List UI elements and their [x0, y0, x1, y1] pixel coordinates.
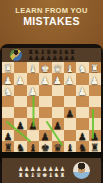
board-square[interactable]: [52, 96, 64, 107]
board-square[interactable]: [14, 107, 26, 118]
board-square[interactable]: [27, 130, 39, 141]
board-square[interactable]: [39, 107, 51, 118]
white-piece[interactable]: ♝: [28, 64, 37, 74]
board-square[interactable]: [14, 130, 26, 141]
board-square[interactable]: ♟: [39, 73, 51, 84]
board-square[interactable]: [27, 107, 39, 118]
headline-line1: LEARN FROM YOU: [0, 7, 103, 15]
black-piece[interactable]: ♟: [66, 109, 75, 119]
board-square[interactable]: ♜: [2, 141, 14, 152]
board-square[interactable]: ♝: [64, 141, 76, 152]
board-square[interactable]: [14, 85, 26, 96]
black-piece[interactable]: ♟: [78, 132, 87, 142]
white-piece[interactable]: ♟: [28, 87, 37, 97]
board-square[interactable]: ♟: [14, 73, 26, 84]
board-square[interactable]: [52, 85, 64, 96]
board-square[interactable]: [89, 118, 101, 129]
board-square[interactable]: ♜: [89, 141, 101, 152]
phone-mockup: ♜♞♝♛♚♝♞♜ ♟♟♟♟♟♟♟♟ ♜♝♚♛♝♞♜♟♟♟♟♟♟♞♟♟♟♟♟♟♟♟…: [0, 44, 103, 183]
board-square[interactable]: [64, 85, 76, 96]
board-square[interactable]: ♛: [52, 141, 64, 152]
board-square[interactable]: [39, 96, 51, 107]
player-bar: ♟♟♟♟♟♟♟♟ ♜♞♝♛♚♝♞♜: [2, 158, 101, 183]
board-square[interactable]: ♟: [89, 73, 101, 84]
board-square[interactable]: ♟: [2, 130, 14, 141]
board-square[interactable]: ♝: [27, 141, 39, 152]
board-square[interactable]: [52, 130, 64, 141]
board-square[interactable]: ♜: [2, 62, 14, 73]
white-piece[interactable]: ♚: [41, 64, 50, 74]
chess-board[interactable]: ♜♝♚♛♝♞♜♟♟♟♟♟♟♞♟♟♟♟♟♟♟♟♟♟♜♞♝♚♛♝♞♜: [2, 62, 101, 152]
black-piece[interactable]: ♟: [28, 121, 37, 131]
board-square[interactable]: [64, 130, 76, 141]
black-piece[interactable]: ♟: [41, 132, 50, 142]
board-square[interactable]: ♞: [2, 85, 14, 96]
white-piece[interactable]: ♟: [66, 76, 75, 86]
board-square[interactable]: [39, 118, 51, 129]
captured-pieces-row: ♜♞♝♛♚♝♞♜: [18, 172, 66, 178]
black-piece[interactable]: ♟: [90, 132, 99, 142]
opponent-bar: ♜♞♝♛♚♝♞♜ ♟♟♟♟♟♟♟♟: [2, 48, 101, 62]
board-square[interactable]: [27, 73, 39, 84]
white-piece[interactable]: ♜: [90, 64, 99, 74]
board-square[interactable]: [64, 96, 76, 107]
board-square[interactable]: ♟: [52, 73, 64, 84]
player-captured-tray: ♟♟♟♟♟♟♟♟ ♜♞♝♛♚♝♞♜: [18, 166, 66, 178]
board-square[interactable]: [64, 118, 76, 129]
board-square[interactable]: [14, 62, 26, 73]
board-square[interactable]: [2, 107, 14, 118]
player-avatar: [73, 162, 90, 179]
board-square[interactable]: ♟: [64, 73, 76, 84]
white-piece[interactable]: ♟: [90, 76, 99, 86]
board-square[interactable]: [76, 96, 88, 107]
board-square[interactable]: [39, 85, 51, 96]
white-piece[interactable]: ♟: [16, 76, 25, 86]
board-square[interactable]: ♟: [27, 85, 39, 96]
captured-pawns-row: ♟♟♟♟♟♟♟♟: [28, 55, 76, 61]
black-piece[interactable]: ♟: [16, 121, 25, 131]
white-piece[interactable]: ♛: [53, 64, 62, 74]
board-square[interactable]: [2, 118, 14, 129]
board-square[interactable]: [14, 96, 26, 107]
ad-headline: LEARN FROM YOU MISTAKES: [0, 7, 103, 27]
board-square[interactable]: [76, 107, 88, 118]
board-square[interactable]: ♚: [39, 62, 51, 73]
board-square[interactable]: ♟: [2, 73, 14, 84]
board-square[interactable]: [89, 85, 101, 96]
board-square[interactable]: ♟: [76, 85, 88, 96]
board-square[interactable]: ♟: [27, 118, 39, 129]
board-square[interactable]: [76, 118, 88, 129]
black-piece[interactable]: ♟: [53, 121, 62, 131]
board-square[interactable]: [2, 96, 14, 107]
white-piece[interactable]: ♟: [53, 76, 62, 86]
board-square[interactable]: [52, 107, 64, 118]
board-square[interactable]: [76, 73, 88, 84]
board-square[interactable]: ♞: [14, 141, 26, 152]
white-piece[interactable]: ♟: [78, 87, 87, 97]
board-square[interactable]: ♟: [64, 107, 76, 118]
ad-banner: LEARN FROM YOU MISTAKES ♜♞♝♛♚♝♞♜ ♟♟♟♟♟♟♟…: [0, 0, 103, 183]
headline-line2: MISTAKES: [0, 16, 103, 27]
board-square[interactable]: ♜: [89, 62, 101, 73]
board-square[interactable]: ♞: [76, 141, 88, 152]
board-square[interactable]: ♝: [64, 62, 76, 73]
board-square[interactable]: ♟: [39, 130, 51, 141]
board-square[interactable]: ♛: [52, 62, 64, 73]
board-square[interactable]: [89, 96, 101, 107]
opponent-captured-tray: ♜♞♝♛♚♝♞♜ ♟♟♟♟♟♟♟♟: [28, 49, 76, 61]
board-square[interactable]: ♟: [52, 118, 64, 129]
board-square[interactable]: ♚: [39, 141, 51, 152]
board-square[interactable]: ♟: [89, 130, 101, 141]
white-piece[interactable]: ♟: [41, 76, 50, 86]
board-square[interactable]: ♟: [76, 130, 88, 141]
white-piece[interactable]: ♝: [66, 64, 75, 74]
board-square[interactable]: ♝: [27, 62, 39, 73]
opponent-avatar: [10, 49, 22, 61]
white-piece[interactable]: ♟: [4, 76, 13, 86]
black-piece[interactable]: ♟: [4, 132, 13, 142]
board-square[interactable]: [89, 107, 101, 118]
white-piece[interactable]: ♞: [4, 87, 13, 97]
board-square[interactable]: [27, 96, 39, 107]
white-piece[interactable]: ♜: [4, 64, 13, 74]
board-square[interactable]: ♟: [14, 118, 26, 129]
white-piece[interactable]: ♞: [78, 64, 87, 74]
board-square[interactable]: ♞: [76, 62, 88, 73]
